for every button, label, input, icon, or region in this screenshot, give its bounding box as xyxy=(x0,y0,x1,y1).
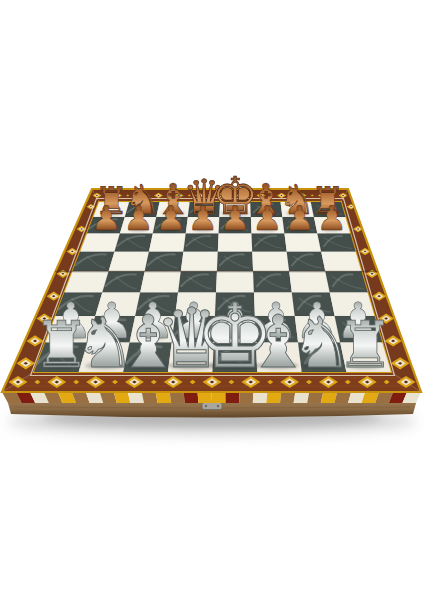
square-h5[interactable] xyxy=(321,252,361,272)
piece-black-pawn-b7[interactable]: ♟ xyxy=(123,198,154,238)
piece-black-pawn-h7[interactable]: ♟ xyxy=(316,198,347,238)
square-b5[interactable] xyxy=(109,252,149,272)
edge-stripe-band xyxy=(2,392,421,403)
piece-black-pawn-c7[interactable]: ♟ xyxy=(155,198,186,238)
piece-white-rook-h1[interactable]: ♜ xyxy=(336,307,394,382)
hinge xyxy=(202,403,222,410)
piece-black-pawn-g7[interactable]: ♟ xyxy=(284,198,315,238)
square-g4[interactable] xyxy=(289,271,330,292)
board-scene: ♜♞♝♛♚♝♞♜♟♟♟♟♟♟♟♟♟♟♟♟♟♟♟♟♜♞♝♛♚♝♞♜ xyxy=(0,0,424,600)
piece-black-pawn-d7[interactable]: ♟ xyxy=(188,198,219,238)
square-d5[interactable] xyxy=(181,252,218,272)
piece-black-pawn-e7[interactable]: ♟ xyxy=(220,198,251,238)
square-c4[interactable] xyxy=(140,271,181,292)
piece-black-pawn-a7[interactable]: ♟ xyxy=(91,198,122,238)
photo-stage: ♜♞♝♛♚♝♞♜♟♟♟♟♟♟♟♟♟♟♟♟♟♟♟♟♜♞♝♛♚♝♞♜ xyxy=(0,0,424,600)
wood-side xyxy=(8,403,416,418)
square-f5[interactable] xyxy=(252,252,289,272)
piece-black-pawn-f7[interactable]: ♟ xyxy=(252,198,283,238)
